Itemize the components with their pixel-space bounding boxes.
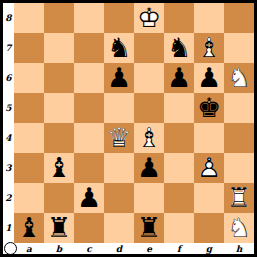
square-g4[interactable]	[194, 123, 224, 153]
square-g8[interactable]	[194, 3, 224, 33]
square-h4[interactable]	[224, 123, 254, 153]
rank-label-5: 5	[3, 93, 14, 123]
square-f8[interactable]	[164, 3, 194, 33]
black-knight-icon: ♞	[167, 33, 191, 63]
file-label-g: g	[194, 243, 224, 254]
square-a1[interactable]: ♝	[14, 213, 44, 243]
square-a2[interactable]	[14, 183, 44, 213]
piece-white-queen: ♛♕	[104, 123, 134, 153]
file-label-f: f	[164, 243, 194, 254]
rank-label-2: 2	[3, 183, 14, 213]
square-b4[interactable]	[44, 123, 74, 153]
black-knight-icon: ♞	[107, 33, 131, 63]
white-knight-icon: ♘	[227, 63, 251, 93]
square-c7[interactable]	[74, 33, 104, 63]
square-a7[interactable]	[14, 33, 44, 63]
square-a8[interactable]	[14, 3, 44, 33]
piece-black-bishop: ♝	[44, 153, 74, 183]
square-f4[interactable]	[164, 123, 194, 153]
square-c8[interactable]	[74, 3, 104, 33]
square-b8[interactable]	[44, 3, 74, 33]
piece-white-rook: ♜♖	[224, 183, 254, 213]
white-bishop-icon: ♗	[197, 33, 221, 63]
square-c1[interactable]	[74, 213, 104, 243]
square-f5[interactable]	[164, 93, 194, 123]
white-pawn-icon: ♙	[197, 153, 221, 183]
black-pawn-icon: ♟	[137, 153, 161, 183]
black-rook-icon: ♜	[47, 213, 71, 243]
square-f3[interactable]	[164, 153, 194, 183]
square-e8[interactable]: ♚♔	[134, 3, 164, 33]
file-label-e: e	[134, 243, 164, 254]
square-b6[interactable]	[44, 63, 74, 93]
square-d8[interactable]	[104, 3, 134, 33]
file-labels: abcdefgh	[14, 243, 254, 254]
square-f6[interactable]: ♟	[164, 63, 194, 93]
piece-black-king: ♚	[194, 93, 224, 123]
square-h1[interactable]: ♞♘	[224, 213, 254, 243]
white-bishop-icon: ♗	[137, 123, 161, 153]
square-d7[interactable]: ♞	[104, 33, 134, 63]
rank-label-4: 4	[3, 123, 14, 153]
piece-white-bishop: ♝♗	[134, 123, 164, 153]
black-pawn-icon: ♟	[167, 63, 191, 93]
rank-label-3: 3	[3, 153, 14, 183]
white-rook-icon: ♖	[227, 183, 251, 213]
piece-white-pawn: ♟♙	[194, 153, 224, 183]
square-b2[interactable]	[44, 183, 74, 213]
square-e5[interactable]	[134, 93, 164, 123]
black-pawn-icon: ♟	[77, 183, 101, 213]
piece-black-pawn: ♟	[104, 63, 134, 93]
piece-black-rook: ♜	[44, 213, 74, 243]
square-e6[interactable]	[134, 63, 164, 93]
square-h7[interactable]	[224, 33, 254, 63]
piece-black-pawn: ♟	[164, 63, 194, 93]
square-a3[interactable]	[14, 153, 44, 183]
square-c4[interactable]	[74, 123, 104, 153]
square-f7[interactable]: ♞	[164, 33, 194, 63]
white-knight-icon: ♘	[227, 213, 251, 243]
square-h6[interactable]: ♞♘	[224, 63, 254, 93]
square-b3[interactable]: ♝	[44, 153, 74, 183]
square-g5[interactable]: ♚	[194, 93, 224, 123]
rank-label-7: 7	[3, 33, 14, 63]
white-queen-icon: ♕	[107, 123, 131, 153]
square-d2[interactable]	[104, 183, 134, 213]
square-h5[interactable]	[224, 93, 254, 123]
square-e7[interactable]	[134, 33, 164, 63]
square-d5[interactable]	[104, 93, 134, 123]
piece-black-pawn: ♟	[134, 153, 164, 183]
black-pawn-icon: ♟	[107, 63, 131, 93]
square-c2[interactable]: ♟	[74, 183, 104, 213]
square-g6[interactable]: ♟	[194, 63, 224, 93]
square-g7[interactable]: ♝♗	[194, 33, 224, 63]
square-d3[interactable]	[104, 153, 134, 183]
piece-black-knight: ♞	[164, 33, 194, 63]
rank-label-1: 1	[3, 213, 14, 243]
piece-white-knight: ♞♘	[224, 213, 254, 243]
square-h3[interactable]	[224, 153, 254, 183]
square-g2[interactable]	[194, 183, 224, 213]
file-label-h: h	[224, 243, 254, 254]
piece-white-knight: ♞♘	[224, 63, 254, 93]
square-b1[interactable]: ♜	[44, 213, 74, 243]
square-h2[interactable]: ♜♖	[224, 183, 254, 213]
square-e1[interactable]: ♜	[134, 213, 164, 243]
file-label-b: b	[44, 243, 74, 254]
piece-white-king: ♚♔	[134, 3, 164, 33]
piece-white-bishop: ♝♗	[194, 33, 224, 63]
square-c3[interactable]	[74, 153, 104, 183]
square-g1[interactable]	[194, 213, 224, 243]
piece-black-knight: ♞	[104, 33, 134, 63]
side-to-move-indicator	[4, 242, 17, 255]
file-label-d: d	[104, 243, 134, 254]
square-b7[interactable]	[44, 33, 74, 63]
square-e4[interactable]: ♝♗	[134, 123, 164, 153]
square-e3[interactable]: ♟	[134, 153, 164, 183]
square-e2[interactable]	[134, 183, 164, 213]
black-rook-icon: ♜	[137, 213, 161, 243]
black-king-icon: ♚	[197, 93, 221, 123]
piece-black-rook: ♜	[134, 213, 164, 243]
square-c6[interactable]	[74, 63, 104, 93]
square-b5[interactable]	[44, 93, 74, 123]
square-d6[interactable]: ♟	[104, 63, 134, 93]
board-layout: 87654321 ♚♔♞♞♝♗♟♟♟♞♘♚♛♕♝♗♝♟♟♙♟♜♖♝♜♜♞♘ ab…	[3, 3, 254, 254]
rank-labels: 87654321	[3, 3, 14, 243]
square-c5[interactable]	[74, 93, 104, 123]
piece-black-bishop: ♝	[14, 213, 44, 243]
square-h8[interactable]	[224, 3, 254, 33]
rank-label-6: 6	[3, 63, 14, 93]
square-a5[interactable]	[14, 93, 44, 123]
square-f2[interactable]	[164, 183, 194, 213]
square-g3[interactable]: ♟♙	[194, 153, 224, 183]
chess-diagram: 87654321 ♚♔♞♞♝♗♟♟♟♞♘♚♛♕♝♗♝♟♟♙♟♜♖♝♜♜♞♘ ab…	[0, 0, 257, 257]
file-label-a: a	[14, 243, 44, 254]
square-d4[interactable]: ♛♕	[104, 123, 134, 153]
black-bishop-icon: ♝	[47, 153, 71, 183]
square-a6[interactable]	[14, 63, 44, 93]
file-label-c: c	[74, 243, 104, 254]
square-d1[interactable]	[104, 213, 134, 243]
rank-label-8: 8	[3, 3, 14, 33]
black-bishop-icon: ♝	[17, 213, 41, 243]
white-king-icon: ♔	[137, 3, 161, 33]
piece-black-pawn: ♟	[74, 183, 104, 213]
chess-board: ♚♔♞♞♝♗♟♟♟♞♘♚♛♕♝♗♝♟♟♙♟♜♖♝♜♜♞♘	[14, 3, 254, 243]
square-f1[interactable]	[164, 213, 194, 243]
black-pawn-icon: ♟	[197, 63, 221, 93]
piece-black-pawn: ♟	[194, 63, 224, 93]
square-a4[interactable]	[14, 123, 44, 153]
